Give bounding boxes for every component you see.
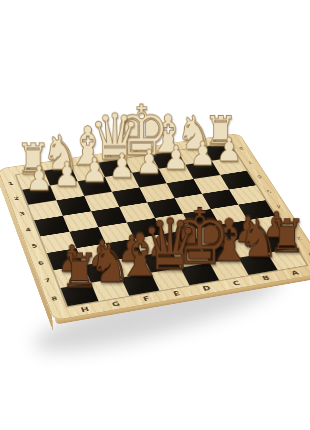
chess-board: ♜♞♝♛♚♝♞♜♟♟♟♟♟♟♟♟♟♟♟♟♟♟♟♟♜♞♝♛♚♝♞♜ HGFEDCB… bbox=[0, 133, 310, 321]
black-rook-h8[interactable]: ♜ bbox=[45, 249, 114, 294]
scene: ♜♞♝♛♚♝♞♜♟♟♟♟♟♟♟♟♟♟♟♟♟♟♟♟♜♞♝♛♚♝♞♜ HGFEDCB… bbox=[0, 0, 310, 430]
board-frame: ♜♞♝♛♚♝♞♜♟♟♟♟♟♟♟♟♟♟♟♟♟♟♟♟♜♞♝♛♚♝♞♜ HGFEDCB… bbox=[0, 133, 310, 321]
board-grid: ♜♞♝♛♚♝♞♜♟♟♟♟♟♟♟♟♟♟♟♟♟♟♟♟♜♞♝♛♚♝♞♜ bbox=[17, 143, 307, 306]
square-h8[interactable]: ♜ bbox=[61, 283, 99, 307]
product-photo-stage: ♜♞♝♛♚♝♞♜♟♟♟♟♟♟♟♟♟♟♟♟♟♟♟♟♜♞♝♛♚♝♞♜ HGFEDCB… bbox=[0, 0, 310, 430]
white-pawn-h2[interactable]: ♟ bbox=[8, 163, 70, 195]
square-h2[interactable]: ♟ bbox=[22, 185, 56, 204]
